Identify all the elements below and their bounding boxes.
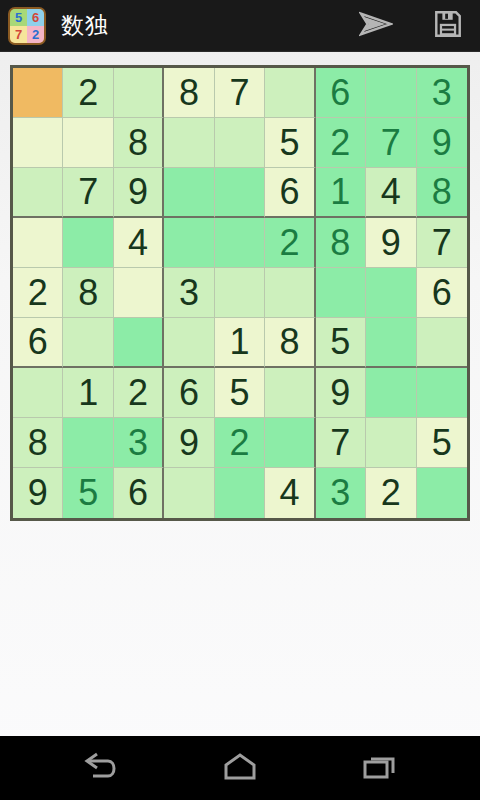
cell-r2c6[interactable]: 1 [316,168,366,218]
cell-r6c4[interactable]: 5 [215,368,265,418]
cell-r6c5[interactable] [265,368,315,418]
cell-r4c5[interactable] [265,268,315,318]
cell-r1c4[interactable] [215,118,265,168]
save-icon [433,9,463,43]
cell-r0c0[interactable] [13,68,63,118]
back-icon [80,751,122,785]
cell-r6c0[interactable] [13,368,63,418]
cell-r0c2[interactable] [114,68,164,118]
cell-r3c7[interactable]: 9 [366,218,416,268]
cell-r5c5[interactable]: 8 [265,318,315,368]
cell-r1c5[interactable]: 5 [265,118,315,168]
cell-r6c8[interactable] [417,368,467,418]
cell-r5c2[interactable] [114,318,164,368]
home-button[interactable] [218,750,262,786]
cell-r4c8[interactable]: 6 [417,268,467,318]
cell-r7c7[interactable] [366,418,416,468]
cell-r8c0[interactable]: 9 [13,468,63,518]
cell-r8c6[interactable]: 3 [316,468,366,518]
cell-r2c8[interactable]: 8 [417,168,467,218]
action-bar: 5 6 7 2 数独 [0,0,480,52]
cell-r8c5[interactable]: 4 [265,468,315,518]
cell-r4c6[interactable] [316,268,366,318]
cell-r7c2[interactable]: 3 [114,418,164,468]
cell-r1c0[interactable] [13,118,63,168]
app-icon-tile: 7 [10,26,27,43]
recents-button[interactable] [357,750,401,786]
cell-r7c1[interactable] [63,418,113,468]
action-buttons [354,4,470,48]
page-title: 数独 [61,10,109,41]
cell-r8c3[interactable] [164,468,214,518]
cell-r2c5[interactable]: 6 [265,168,315,218]
cell-r8c1[interactable]: 5 [63,468,113,518]
cell-r2c7[interactable]: 4 [366,168,416,218]
cell-r1c2[interactable]: 8 [114,118,164,168]
cell-r4c2[interactable] [114,268,164,318]
cell-r3c0[interactable] [13,218,63,268]
cell-r0c1[interactable]: 2 [63,68,113,118]
cell-r2c1[interactable]: 7 [63,168,113,218]
cell-r8c8[interactable] [417,468,467,518]
cell-r3c3[interactable] [164,218,214,268]
cell-r2c3[interactable] [164,168,214,218]
back-button[interactable] [79,750,123,786]
cell-r7c3[interactable]: 9 [164,418,214,468]
cell-r1c8[interactable]: 9 [417,118,467,168]
cell-r5c1[interactable] [63,318,113,368]
cell-r3c1[interactable] [63,218,113,268]
cell-r2c4[interactable] [215,168,265,218]
cell-r3c5[interactable]: 2 [265,218,315,268]
system-nav-bar [0,736,480,800]
home-icon [219,751,261,785]
app-icon-tile: 6 [27,9,44,26]
cell-r5c8[interactable] [417,318,467,368]
cell-r0c4[interactable]: 7 [215,68,265,118]
cell-r6c2[interactable]: 2 [114,368,164,418]
cell-r6c6[interactable]: 9 [316,368,366,418]
recents-icon [358,751,400,785]
cell-r5c7[interactable] [366,318,416,368]
cell-r6c3[interactable]: 6 [164,368,214,418]
cell-r5c0[interactable]: 6 [13,318,63,368]
cell-r4c3[interactable]: 3 [164,268,214,318]
app-icon-tile: 2 [27,26,44,43]
app-icon-tile: 5 [10,9,27,26]
cell-r3c8[interactable]: 7 [417,218,467,268]
cell-r3c2[interactable]: 4 [114,218,164,268]
cell-r6c1[interactable]: 1 [63,368,113,418]
cell-r2c0[interactable] [13,168,63,218]
cell-r5c4[interactable]: 1 [215,318,265,368]
cell-r0c7[interactable] [366,68,416,118]
cell-r5c3[interactable] [164,318,214,368]
cell-r4c7[interactable] [366,268,416,318]
send-button[interactable] [354,4,398,48]
cell-r3c4[interactable] [215,218,265,268]
cell-r8c7[interactable]: 2 [366,468,416,518]
cell-r3c6[interactable]: 8 [316,218,366,268]
cell-r1c3[interactable] [164,118,214,168]
cell-r7c4[interactable]: 2 [215,418,265,468]
cell-r0c6[interactable]: 6 [316,68,366,118]
send-icon [359,10,393,42]
sudoku-grid[interactable]: 2876385279796148428972836618512659839275… [10,65,470,521]
cell-r1c6[interactable]: 2 [316,118,366,168]
cell-r2c2[interactable]: 9 [114,168,164,218]
cell-r7c8[interactable]: 5 [417,418,467,468]
cell-r5c6[interactable]: 5 [316,318,366,368]
cell-r0c5[interactable] [265,68,315,118]
cell-r0c8[interactable]: 3 [417,68,467,118]
cell-r8c2[interactable]: 6 [114,468,164,518]
cell-r6c7[interactable] [366,368,416,418]
app-icon: 5 6 7 2 [8,7,46,45]
cell-r8c4[interactable] [215,468,265,518]
cell-r1c1[interactable] [63,118,113,168]
cell-r7c0[interactable]: 8 [13,418,63,468]
save-button[interactable] [426,4,470,48]
cell-r0c3[interactable]: 8 [164,68,214,118]
cell-r4c0[interactable]: 2 [13,268,63,318]
cell-r7c6[interactable]: 7 [316,418,366,468]
cell-r7c5[interactable] [265,418,315,468]
cell-r1c7[interactable]: 7 [366,118,416,168]
cell-r4c1[interactable]: 8 [63,268,113,318]
cell-r4c4[interactable] [215,268,265,318]
